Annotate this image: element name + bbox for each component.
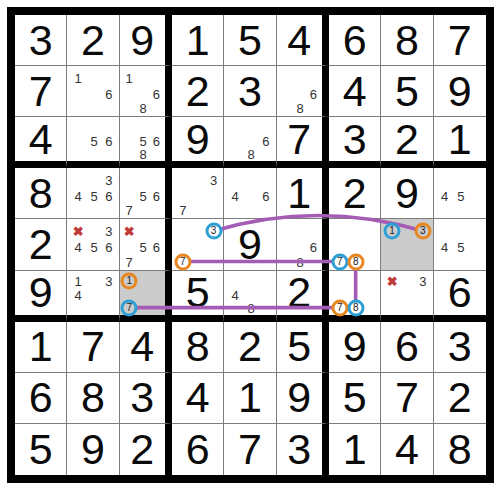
cell-r6c8[interactable]: 3✖ [381, 271, 433, 322]
given-digit-7: 7 [448, 19, 472, 62]
cell-r4c4[interactable]: 37 [172, 168, 224, 219]
given-digit-3: 3 [238, 70, 262, 113]
cell-r4c8[interactable]: 9 [381, 168, 433, 219]
given-digit-8: 8 [186, 325, 210, 368]
cell-r8c9[interactable]: 2 [434, 373, 486, 424]
candidate-1: 1 [126, 71, 133, 84]
candidate-5: 5 [90, 135, 97, 148]
cell-r3c2[interactable]: 56 [67, 117, 119, 168]
candidate-6: 6 [153, 135, 160, 148]
eliminated-candidate-1-icon: ✖ [124, 224, 135, 237]
cell-r6c7[interactable]: 78 [329, 271, 381, 322]
candidate-3: 3 [105, 224, 112, 237]
cell-r1c6[interactable]: 4 [277, 15, 329, 66]
eliminated-candidate-1-icon: ✖ [73, 224, 84, 237]
cell-r1c2[interactable]: 2 [67, 15, 119, 66]
cell-r1c5[interactable]: 5 [224, 15, 276, 66]
candidate-3: 3 [419, 274, 426, 287]
cell-r8c5[interactable]: 1 [224, 373, 276, 424]
candidate-1: 1 [74, 274, 81, 287]
cell-r8c7[interactable]: 5 [329, 373, 381, 424]
cell-r3c6[interactable]: 7 [277, 117, 329, 168]
circled-candidate-7-orange: 7 [174, 253, 191, 270]
given-digit-3: 3 [130, 376, 154, 419]
cell-r3c8[interactable]: 2 [381, 117, 433, 168]
cell-r7c8[interactable]: 6 [381, 322, 433, 373]
cell-r8c6[interactable]: 9 [277, 373, 329, 424]
given-digit-7: 7 [238, 428, 262, 471]
given-digit-1: 1 [448, 118, 472, 161]
candidate-6: 6 [153, 240, 160, 253]
given-digit-5: 5 [287, 325, 311, 368]
given-digit-4: 4 [130, 325, 154, 368]
cell-r4c7[interactable]: 2 [329, 168, 381, 219]
circled-candidate-3-orange: 3 [414, 222, 431, 239]
candidate-8: 8 [140, 102, 147, 115]
given-digit-4: 4 [186, 376, 210, 419]
candidate-5: 5 [457, 240, 464, 253]
cell-r9c5[interactable]: 7 [224, 424, 276, 475]
given-digit-3: 3 [343, 118, 367, 161]
cell-r4c1[interactable]: 8 [15, 168, 67, 219]
cell-r5c3[interactable]: 567✖ [120, 219, 172, 270]
cell-r3c5[interactable]: 68 [224, 117, 276, 168]
cell-r6c2[interactable]: 134 [67, 271, 119, 322]
candidate-5: 5 [457, 189, 464, 202]
candidate-5: 5 [90, 240, 97, 253]
cell-r6c9[interactable]: 6 [434, 271, 486, 322]
candidate-4: 4 [74, 288, 81, 301]
cell-r9c2[interactable]: 9 [67, 424, 119, 475]
given-digit-9: 9 [395, 172, 419, 215]
given-digit-6: 6 [343, 19, 367, 62]
given-digit-1: 1 [343, 428, 367, 471]
given-digit-3: 3 [287, 428, 311, 471]
cell-r8c4[interactable]: 4 [172, 373, 224, 424]
candidate-4: 4 [231, 189, 238, 202]
candidate-6: 6 [153, 189, 160, 202]
cell-r2c3[interactable]: 168 [120, 66, 172, 117]
given-digit-7: 7 [81, 325, 105, 368]
cell-r9c4[interactable]: 6 [172, 424, 224, 475]
given-digit-2: 2 [238, 325, 262, 368]
given-digit-5: 5 [238, 19, 262, 62]
given-digit-9: 9 [29, 271, 53, 314]
cell-r1c7[interactable]: 6 [329, 15, 381, 66]
candidate-3: 3 [105, 173, 112, 186]
cell-r7c2[interactable]: 7 [67, 322, 119, 373]
given-digit-4: 4 [343, 70, 367, 113]
given-digit-3: 3 [448, 325, 472, 368]
given-digit-5: 5 [186, 271, 210, 314]
cell-r2c2[interactable]: 16 [67, 66, 119, 117]
candidate-5: 5 [140, 240, 147, 253]
sudoku-grid: 3291546877161682368459456568968732183456… [15, 15, 486, 475]
given-digit-9: 9 [81, 428, 105, 471]
cell-r5c2[interactable]: 3456✖ [67, 219, 119, 270]
candidate-6: 6 [262, 135, 269, 148]
candidate-6: 6 [105, 87, 112, 100]
cell-r9c8[interactable]: 4 [381, 424, 433, 475]
cell-r6c5[interactable]: 48 [224, 271, 276, 322]
given-digit-5: 5 [395, 70, 419, 113]
candidate-5: 5 [140, 189, 147, 202]
circled-candidate-1-orange: 1 [121, 272, 138, 289]
candidate-4: 4 [74, 240, 81, 253]
given-digit-4: 4 [395, 428, 419, 471]
circled-candidate-1-cyan: 1 [384, 222, 401, 239]
cell-r9c7[interactable]: 1 [329, 424, 381, 475]
cell-r3c3[interactable]: 568 [120, 117, 172, 168]
cell-r8c1[interactable]: 6 [15, 373, 67, 424]
cell-r2c6[interactable]: 68 [277, 66, 329, 117]
cell-r2c9[interactable]: 9 [434, 66, 486, 117]
cell-r5c4[interactable]: 37 [172, 219, 224, 270]
cell-r7c7[interactable]: 9 [329, 322, 381, 373]
cell-r9c9[interactable]: 8 [434, 424, 486, 475]
cell-r5c7[interactable]: 78 [329, 219, 381, 270]
cell-r7c6[interactable]: 5 [277, 322, 329, 373]
given-digit-8: 8 [29, 172, 53, 215]
given-digit-6: 6 [448, 271, 472, 314]
cell-r4c2[interactable]: 3456 [67, 168, 119, 219]
cell-r2c4[interactable]: 2 [172, 66, 224, 117]
given-digit-2: 2 [29, 223, 53, 266]
cell-r7c1[interactable]: 1 [15, 322, 67, 373]
given-digit-2: 2 [130, 428, 154, 471]
given-digit-6: 6 [395, 325, 419, 368]
given-digit-5: 5 [29, 428, 53, 471]
cell-r1c3[interactable]: 9 [120, 15, 172, 66]
candidate-8: 8 [297, 255, 304, 268]
cell-r4c5[interactable]: 46 [224, 168, 276, 219]
candidate-6: 6 [105, 240, 112, 253]
candidate-8: 8 [247, 148, 254, 161]
candidate-6: 6 [105, 135, 112, 148]
given-digit-2: 2 [81, 19, 105, 62]
cell-r2c8[interactable]: 5 [381, 66, 433, 117]
eliminated-candidate-1-icon: ✖ [387, 274, 398, 287]
given-digit-7: 7 [395, 376, 419, 419]
given-digit-1: 1 [287, 172, 311, 215]
cell-r2c7[interactable]: 4 [329, 66, 381, 117]
cell-r1c8[interactable]: 8 [381, 15, 433, 66]
given-digit-1: 1 [29, 325, 53, 368]
cell-r4c9[interactable]: 45 [434, 168, 486, 219]
cell-r7c5[interactable]: 2 [224, 322, 276, 373]
candidate-6: 6 [153, 87, 160, 100]
candidate-4: 4 [441, 189, 448, 202]
cell-r7c9[interactable]: 3 [434, 322, 486, 373]
given-digit-2: 2 [343, 172, 367, 215]
candidate-4: 4 [231, 288, 238, 301]
cell-r5c8[interactable]: 13 [381, 219, 433, 270]
cell-r8c3[interactable]: 3 [120, 373, 172, 424]
given-digit-1: 1 [186, 19, 210, 62]
candidate-8: 8 [140, 148, 147, 161]
cell-r1c4[interactable]: 1 [172, 15, 224, 66]
given-digit-6: 6 [29, 376, 53, 419]
candidate-1: 1 [74, 71, 81, 84]
circled-candidate-7-cyan: 7 [121, 299, 138, 316]
candidate-8: 8 [297, 102, 304, 115]
given-digit-9: 9 [448, 70, 472, 113]
cell-r9c3[interactable]: 2 [120, 424, 172, 475]
given-digit-2: 2 [186, 70, 210, 113]
given-digit-3: 3 [29, 19, 53, 62]
given-digit-7: 7 [29, 70, 53, 113]
candidate-7: 7 [126, 204, 133, 217]
cell-r3c9[interactable]: 1 [434, 117, 486, 168]
cell-r4c6[interactable]: 1 [277, 168, 329, 219]
given-digit-8: 8 [81, 376, 105, 419]
candidate-6: 6 [262, 189, 269, 202]
cell-r1c1[interactable]: 3 [15, 15, 67, 66]
given-digit-9: 9 [186, 118, 210, 161]
given-digit-6: 6 [186, 428, 210, 471]
circled-candidate-3-cyan: 3 [205, 222, 222, 239]
given-digit-7: 7 [287, 118, 311, 161]
candidate-8: 8 [247, 301, 254, 314]
circled-candidate-7-cyan: 7 [331, 253, 348, 270]
given-digit-2: 2 [448, 376, 472, 419]
given-digit-2: 2 [287, 271, 311, 314]
cell-r5c9[interactable]: 45 [434, 219, 486, 270]
cell-r2c1[interactable]: 7 [15, 66, 67, 117]
circled-candidate-8-orange: 8 [347, 253, 364, 270]
given-digit-8: 8 [395, 19, 419, 62]
cell-r5c1[interactable]: 2 [15, 219, 67, 270]
circled-candidate-8-cyan: 8 [347, 299, 364, 316]
cell-r4c3[interactable]: 567 [120, 168, 172, 219]
cell-r2c5[interactable]: 3 [224, 66, 276, 117]
candidate-6: 6 [310, 240, 317, 253]
given-digit-9: 9 [238, 223, 262, 266]
cell-r3c4[interactable]: 9 [172, 117, 224, 168]
candidate-6: 6 [310, 87, 317, 100]
given-digit-9: 9 [130, 19, 154, 62]
cell-r5c6[interactable]: 68 [277, 219, 329, 270]
given-digit-9: 9 [343, 325, 367, 368]
cell-r6c6[interactable]: 2 [277, 271, 329, 322]
candidate-7: 7 [179, 204, 186, 217]
cell-r9c1[interactable]: 5 [15, 424, 67, 475]
candidate-4: 4 [74, 189, 81, 202]
sudoku-board: 3291546877161682368459456568968732183456… [7, 7, 494, 483]
candidate-3: 3 [105, 274, 112, 287]
cell-r3c1[interactable]: 4 [15, 117, 67, 168]
cell-r3c7[interactable]: 3 [329, 117, 381, 168]
cell-r5c5[interactable]: 9 [224, 219, 276, 270]
given-digit-1: 1 [238, 376, 262, 419]
given-digit-5: 5 [343, 376, 367, 419]
circled-candidate-7-orange: 7 [331, 299, 348, 316]
cell-r1c9[interactable]: 7 [434, 15, 486, 66]
candidate-6: 6 [105, 189, 112, 202]
candidate-4: 4 [441, 240, 448, 253]
given-digit-4: 4 [287, 19, 311, 62]
cell-r6c3[interactable]: 17 [120, 271, 172, 322]
given-digit-4: 4 [29, 118, 53, 161]
given-digit-2: 2 [395, 118, 419, 161]
candidate-5: 5 [90, 189, 97, 202]
cell-r6c4[interactable]: 5 [172, 271, 224, 322]
candidate-3: 3 [210, 173, 217, 186]
cell-r8c8[interactable]: 7 [381, 373, 433, 424]
given-digit-9: 9 [287, 376, 311, 419]
cell-r8c2[interactable]: 8 [67, 373, 119, 424]
cell-r6c1[interactable]: 9 [15, 271, 67, 322]
cell-r9c6[interactable]: 3 [277, 424, 329, 475]
cell-r7c3[interactable]: 4 [120, 322, 172, 373]
candidate-7: 7 [126, 255, 133, 268]
cell-r7c4[interactable]: 8 [172, 322, 224, 373]
given-digit-8: 8 [448, 428, 472, 471]
